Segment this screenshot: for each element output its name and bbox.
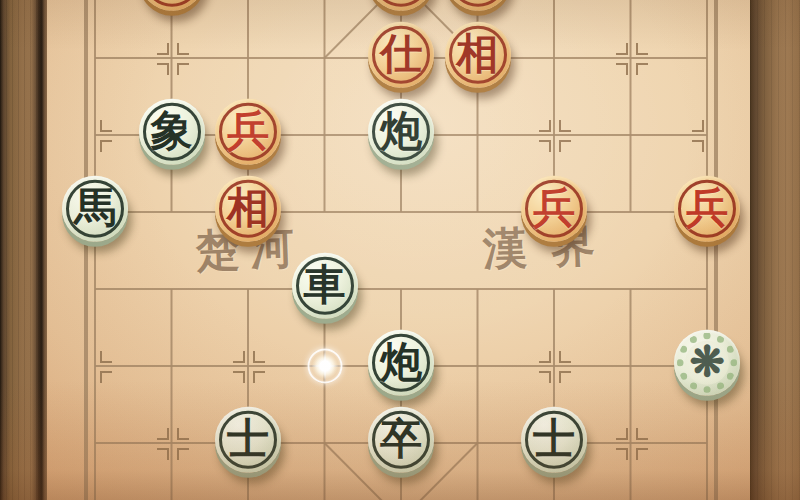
piece-red-advisor[interactable]: 仕	[368, 22, 434, 88]
point-marker-tick	[233, 351, 245, 363]
facedown-flower-icon: ❋	[689, 341, 724, 385]
point-marker-tick	[157, 63, 169, 75]
point-marker-tick	[539, 351, 551, 363]
point-marker-tick	[100, 371, 112, 383]
piece-green-horse[interactable]: 馬	[62, 176, 128, 242]
piece-character: 象	[151, 110, 193, 154]
point-marker-tick	[539, 120, 551, 132]
table-wood-left-edge	[0, 0, 47, 500]
move-target-ring	[307, 349, 342, 384]
piece-character: 車	[304, 264, 346, 308]
piece-facedown-piece[interactable]: ❋	[674, 330, 740, 396]
point-marker-tick	[233, 371, 245, 383]
piece-green-cannon-1[interactable]: 炮	[368, 99, 434, 165]
point-marker-tick	[157, 448, 169, 460]
piece-red-elephant-1[interactable]: 相	[445, 22, 511, 88]
point-marker-tick	[636, 448, 648, 460]
piece-red-pawn-1[interactable]: 兵	[215, 99, 281, 165]
piece-green-pawn[interactable]: 卒	[368, 407, 434, 473]
piece-character: 相	[457, 33, 499, 77]
piece-character: 仕	[380, 33, 422, 77]
point-marker-tick	[157, 428, 169, 440]
point-marker-tick	[157, 43, 169, 55]
point-marker-tick	[616, 428, 628, 440]
xiangqi-board-screenshot: 楚河 漢界 仕相象兵炮馬相兵兵車炮❋士卒士	[0, 0, 800, 500]
piece-character: 兵	[227, 110, 269, 154]
point-marker-tick	[100, 351, 112, 363]
point-marker-tick	[177, 43, 189, 55]
point-marker-tick	[177, 63, 189, 75]
piece-character: 炮	[380, 341, 422, 385]
point-marker-tick	[692, 140, 704, 152]
point-marker-tick	[253, 351, 265, 363]
point-marker-tick	[100, 140, 112, 152]
point-marker-tick	[559, 371, 571, 383]
piece-green-advisor-2[interactable]: 士	[521, 407, 587, 473]
piece-green-cannon-2[interactable]: 炮	[368, 330, 434, 396]
table-wood-right-edge	[750, 0, 800, 500]
piece-green-advisor-1[interactable]: 士	[215, 407, 281, 473]
point-marker-tick	[100, 120, 112, 132]
point-marker-tick	[616, 448, 628, 460]
piece-character: 馬	[74, 187, 116, 231]
piece-red-pawn-2[interactable]: 兵	[521, 176, 587, 242]
point-marker-tick	[636, 63, 648, 75]
piece-character: 卒	[380, 418, 422, 462]
point-marker-tick	[616, 63, 628, 75]
point-marker-tick	[539, 371, 551, 383]
point-marker-tick	[636, 43, 648, 55]
piece-green-chariot[interactable]: 車	[292, 253, 358, 319]
piece-character: 相	[227, 187, 269, 231]
point-marker-tick	[177, 448, 189, 460]
point-marker-tick	[559, 351, 571, 363]
point-marker-tick	[692, 120, 704, 132]
point-marker-tick	[539, 140, 551, 152]
point-marker-tick	[177, 428, 189, 440]
point-marker-tick	[559, 140, 571, 152]
point-marker-tick	[636, 428, 648, 440]
piece-character: 兵	[533, 187, 575, 231]
piece-character: 士	[227, 418, 269, 462]
piece-red-pawn-3[interactable]: 兵	[674, 176, 740, 242]
piece-red-elephant-2[interactable]: 相	[215, 176, 281, 242]
piece-character: 炮	[380, 110, 422, 154]
point-marker-tick	[559, 120, 571, 132]
point-marker-tick	[616, 43, 628, 55]
point-marker-tick	[253, 371, 265, 383]
piece-character: 兵	[686, 187, 728, 231]
piece-character: 士	[533, 418, 575, 462]
piece-green-elephant[interactable]: 象	[139, 99, 205, 165]
